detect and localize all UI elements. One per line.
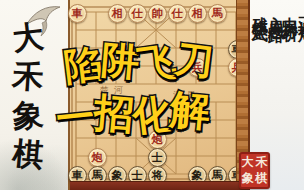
text-group: 中局分析 <box>282 4 298 16</box>
char: 禾 <box>255 156 267 169</box>
char: 大 <box>4 16 52 59</box>
piece-red-相: 相 <box>108 4 127 23</box>
piece-red-帥: 帥 <box>148 4 167 23</box>
channel-seal-stamp: 大禾象棋 <box>239 152 270 189</box>
piece-red-炮: 炮 <box>88 148 107 167</box>
text-column-outer: 正谱布局 中局分析 <box>282 4 304 25</box>
caption-line-2: 一招化解 <box>56 85 209 143</box>
video-thumbnail: 大禾象棋 楚河 漢界 車相仕帥仕相馬車兵兵炮炮士車馬象士将象馬車 陷阱飞刀 一招… <box>0 0 304 190</box>
char: 大 <box>242 156 254 169</box>
char: 刀 <box>172 33 215 88</box>
text-column-inner: 入局思路 残棋定式 <box>252 4 284 25</box>
char: 一 <box>54 88 98 147</box>
caption-line-1: 陷阱飞刀 <box>64 38 212 89</box>
piece-red-相: 相 <box>188 4 207 23</box>
char: 招 <box>92 85 135 143</box>
char: 象 <box>242 172 254 185</box>
piece-black-士: 士 <box>148 148 167 167</box>
channel-title-vertical: 大禾象棋 <box>6 18 50 188</box>
piece-red-馬: 馬 <box>208 4 227 23</box>
char: 棋 <box>4 133 51 176</box>
board-frame-bottom <box>70 181 252 190</box>
piece-red-仕: 仕 <box>128 4 147 23</box>
piece-red-車: 車 <box>68 4 87 23</box>
char: 解 <box>168 81 211 139</box>
text-group: 残棋定式 <box>252 4 268 16</box>
piece-red-仕: 仕 <box>168 4 187 23</box>
char: 禾 <box>5 56 52 98</box>
char: 化 <box>129 86 173 145</box>
char: 棋 <box>255 172 267 185</box>
char: 象 <box>5 95 52 137</box>
